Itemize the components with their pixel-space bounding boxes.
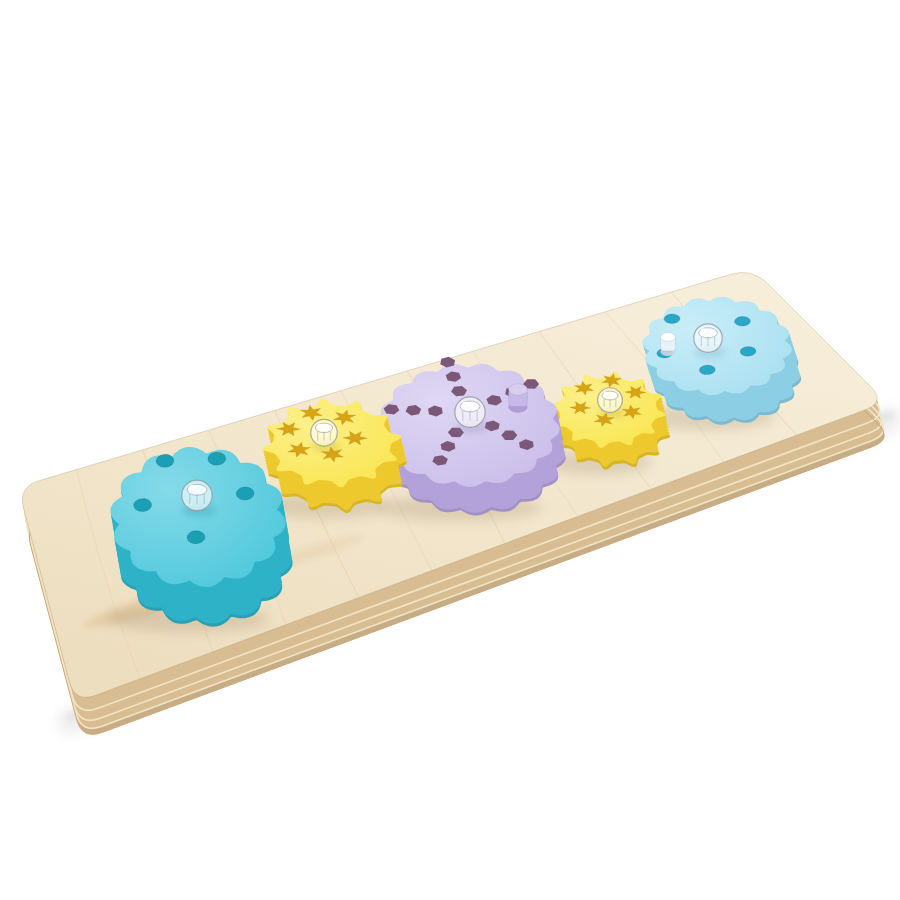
lavender-peg [509, 384, 528, 413]
product-photo [0, 0, 900, 900]
gear-toy-scene [0, 0, 900, 900]
clear-peg [661, 333, 676, 356]
